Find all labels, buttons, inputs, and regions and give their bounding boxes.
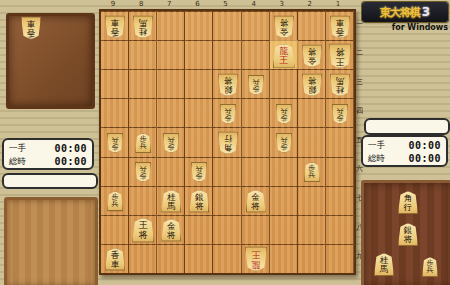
- square-5-7[interactable]: [213, 186, 241, 215]
- square-6-3[interactable]: [185, 69, 213, 98]
- square-9-2[interactable]: [101, 40, 129, 69]
- square-5-9[interactable]: [213, 244, 241, 273]
- file-label-2: 2: [296, 0, 324, 9]
- left-permove-label: 一手: [9, 143, 26, 155]
- file-label-8: 8: [127, 0, 155, 9]
- hand-piece-香車[interactable]: 香車: [21, 17, 41, 40]
- piece-金将-47[interactable]: 金将: [246, 190, 266, 213]
- file-label-7: 7: [155, 0, 183, 9]
- square-7-9[interactable]: [157, 244, 185, 273]
- right-clock-panel: 一手 00:00 総時 00:00: [361, 135, 448, 167]
- piece-王将-88[interactable]: 王将: [132, 218, 154, 243]
- square-9-6[interactable]: [101, 157, 129, 186]
- square-8-3[interactable]: [129, 69, 157, 98]
- piece-銀将-67[interactable]: 銀将: [189, 190, 209, 213]
- file-label-5: 5: [212, 0, 240, 9]
- square-5-1[interactable]: [213, 11, 241, 40]
- app-logo: 東大将棋 3: [362, 2, 448, 22]
- piece-金将-31[interactable]: 金将: [274, 15, 294, 38]
- rank-label-4: 四: [356, 106, 368, 116]
- square-6-9[interactable]: [185, 244, 213, 273]
- piece-香車-91[interactable]: 香車: [105, 15, 125, 38]
- square-3-9[interactable]: [270, 244, 298, 273]
- square-6-1[interactable]: [185, 11, 213, 40]
- left-total-label: 総時: [9, 156, 26, 168]
- rank-label-1: 一: [356, 19, 368, 29]
- piece-歩兵-97[interactable]: 歩兵: [107, 191, 123, 211]
- right-total-label: 総時: [368, 153, 385, 165]
- piece-王将-12[interactable]: 王将: [329, 43, 351, 68]
- square-6-4[interactable]: [185, 98, 213, 127]
- square-3-8[interactable]: [270, 215, 298, 244]
- sente-captured-tray[interactable]: 角行銀将桂馬歩兵: [361, 180, 450, 285]
- square-1-8[interactable]: [326, 215, 354, 244]
- square-2-4[interactable]: [298, 98, 326, 127]
- piece-香車-11[interactable]: 香車: [330, 15, 350, 38]
- logo-subtitle: for Windows: [362, 23, 448, 32]
- piece-歩兵-95[interactable]: 歩兵: [107, 133, 123, 153]
- square-7-4[interactable]: [157, 98, 185, 127]
- piece-歩兵-26[interactable]: 歩兵: [304, 162, 320, 182]
- square-4-2[interactable]: [242, 40, 270, 69]
- square-8-4[interactable]: [129, 98, 157, 127]
- piece-銀将-53[interactable]: 銀将: [218, 73, 238, 96]
- left-permove-time: 00:00: [54, 143, 87, 154]
- rank-label-3: 三: [356, 77, 368, 87]
- gote-captured-tray[interactable]: 香車: [6, 13, 95, 109]
- square-7-1[interactable]: [157, 11, 185, 40]
- hand-piece-桂馬[interactable]: 桂馬: [374, 253, 394, 276]
- bottom-left-wooden-box: [4, 197, 98, 285]
- square-2-5[interactable]: [298, 127, 326, 156]
- file-label-6: 6: [183, 0, 211, 9]
- square-3-7[interactable]: [270, 186, 298, 215]
- square-2-8[interactable]: [298, 215, 326, 244]
- left-name-plate: [2, 173, 98, 189]
- piece-桂馬-77[interactable]: 桂馬: [161, 190, 181, 213]
- right-total-time: 00:00: [408, 153, 441, 164]
- piece-香車-99[interactable]: 香車: [105, 248, 125, 271]
- square-5-2[interactable]: [213, 40, 241, 69]
- left-clock-panel: 一手 00:00 総時 00:00: [2, 138, 94, 170]
- square-9-8[interactable]: [101, 215, 129, 244]
- right-name-plate: [364, 118, 450, 135]
- piece-歩兵-85[interactable]: 歩兵: [135, 133, 151, 153]
- hand-piece-歩兵[interactable]: 歩兵: [422, 257, 438, 277]
- square-9-4[interactable]: [101, 98, 129, 127]
- square-7-2[interactable]: [157, 40, 185, 69]
- right-permove-time: 00:00: [408, 140, 441, 151]
- square-4-6[interactable]: [242, 157, 270, 186]
- square-8-7[interactable]: [129, 186, 157, 215]
- shogi-board[interactable]: 香車桂馬金将香車龍王金将王将銀将歩兵銀将桂馬歩兵歩兵歩兵歩兵歩兵歩兵角行歩兵歩兵…: [99, 9, 356, 275]
- square-5-6[interactable]: [213, 157, 241, 186]
- file-label-3: 3: [268, 0, 296, 9]
- square-3-6[interactable]: [270, 157, 298, 186]
- piece-桂馬-13[interactable]: 桂馬: [330, 73, 350, 96]
- logo-title: 東大将棋: [380, 5, 420, 20]
- square-4-8[interactable]: [242, 215, 270, 244]
- square-7-6[interactable]: [157, 157, 185, 186]
- square-1-9[interactable]: [326, 244, 354, 273]
- piece-金将-78[interactable]: 金将: [161, 219, 181, 242]
- square-8-9[interactable]: [129, 244, 157, 273]
- square-6-5[interactable]: [185, 127, 213, 156]
- hand-piece-角行[interactable]: 角行: [398, 191, 418, 214]
- square-1-6[interactable]: [326, 157, 354, 186]
- piece-龍王-32[interactable]: 龍王: [273, 43, 295, 68]
- piece-金将-22[interactable]: 金将: [302, 44, 322, 67]
- square-1-5[interactable]: [326, 127, 354, 156]
- square-6-2[interactable]: [185, 40, 213, 69]
- square-2-7[interactable]: [298, 186, 326, 215]
- piece-桂馬-81[interactable]: 桂馬: [133, 15, 153, 38]
- square-1-7[interactable]: [326, 186, 354, 215]
- file-label-4: 4: [240, 0, 268, 9]
- square-2-9[interactable]: [298, 244, 326, 273]
- square-3-3[interactable]: [270, 69, 298, 98]
- hand-piece-銀将[interactable]: 銀将: [398, 223, 418, 246]
- file-label-1: 1: [324, 0, 352, 9]
- square-4-5[interactable]: [242, 127, 270, 156]
- square-5-8[interactable]: [213, 215, 241, 244]
- square-4-1[interactable]: [242, 11, 270, 40]
- logo-version-badge: 3: [422, 5, 430, 19]
- piece-歩兵-43[interactable]: 歩兵: [248, 75, 264, 95]
- square-9-3[interactable]: [101, 69, 129, 98]
- piece-銀将-23[interactable]: 銀将: [302, 73, 322, 96]
- rank-label-2: 二: [356, 48, 368, 58]
- file-label-9: 9: [99, 0, 127, 9]
- piece-歩兵-14[interactable]: 歩兵: [332, 104, 348, 124]
- left-total-time: 00:00: [54, 156, 87, 167]
- square-6-8[interactable]: [185, 215, 213, 244]
- right-permove-label: 一手: [368, 140, 385, 152]
- piece-歩兵-34[interactable]: 歩兵: [276, 104, 292, 124]
- square-2-1[interactable]: [298, 11, 326, 40]
- square-4-4[interactable]: [242, 98, 270, 127]
- square-7-3[interactable]: [157, 69, 185, 98]
- square-8-2[interactable]: [129, 40, 157, 69]
